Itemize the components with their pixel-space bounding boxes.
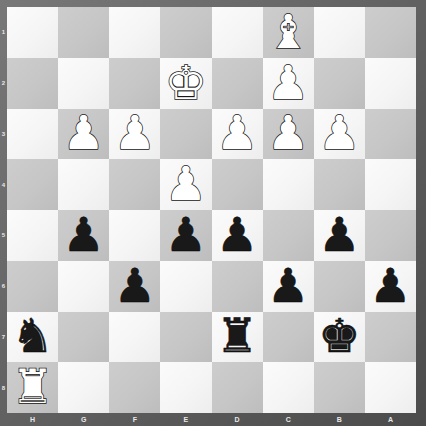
square-h4[interactable] xyxy=(7,159,58,210)
square-b8[interactable] xyxy=(314,362,365,413)
square-g1[interactable] xyxy=(58,7,109,58)
black-rook-icon[interactable]: ♜ xyxy=(216,312,258,359)
white-king-icon[interactable]: ♚ xyxy=(165,59,207,106)
file-label-e: E xyxy=(160,413,211,426)
square-e7[interactable] xyxy=(160,312,211,363)
square-b5[interactable]: ♟ xyxy=(314,210,365,261)
square-b7[interactable]: ♚ xyxy=(314,312,365,363)
square-a8[interactable] xyxy=(365,362,416,413)
square-c7[interactable] xyxy=(263,312,314,363)
white-pawn-icon[interactable]: ♟ xyxy=(267,59,309,106)
square-h2[interactable] xyxy=(7,58,58,109)
black-pawn-icon[interactable]: ♟ xyxy=(165,211,207,258)
square-a2[interactable] xyxy=(365,58,416,109)
square-g7[interactable] xyxy=(58,312,109,363)
square-c4[interactable] xyxy=(263,159,314,210)
square-f7[interactable] xyxy=(109,312,160,363)
square-e4[interactable]: ♟ xyxy=(160,159,211,210)
black-pawn-icon[interactable]: ♟ xyxy=(63,211,105,258)
rank-labels: 12345678 xyxy=(0,7,7,413)
square-g3[interactable]: ♟ xyxy=(58,109,109,160)
square-c6[interactable]: ♟ xyxy=(263,261,314,312)
square-d6[interactable] xyxy=(212,261,263,312)
square-h7[interactable]: ♞ xyxy=(7,312,58,363)
rank-label-7: 7 xyxy=(0,312,7,363)
black-pawn-icon[interactable]: ♟ xyxy=(267,262,309,309)
square-a7[interactable] xyxy=(365,312,416,363)
square-h8[interactable]: ♜ xyxy=(7,362,58,413)
square-d3[interactable]: ♟ xyxy=(212,109,263,160)
square-f4[interactable] xyxy=(109,159,160,210)
square-a4[interactable] xyxy=(365,159,416,210)
square-g8[interactable] xyxy=(58,362,109,413)
file-label-g: G xyxy=(58,413,109,426)
white-pawn-icon[interactable]: ♟ xyxy=(63,109,105,156)
chess-board: ♝♚♟♟♟♟♟♟♟♟♟♟♟♟♟♟♞♜♚♜ xyxy=(7,7,416,413)
square-a6[interactable]: ♟ xyxy=(365,261,416,312)
square-d5[interactable]: ♟ xyxy=(212,210,263,261)
square-h6[interactable] xyxy=(7,261,58,312)
file-label-f: F xyxy=(109,413,160,426)
square-f8[interactable] xyxy=(109,362,160,413)
black-king-icon[interactable]: ♚ xyxy=(318,312,360,359)
black-knight-icon[interactable]: ♞ xyxy=(11,312,53,359)
square-e2[interactable]: ♚ xyxy=(160,58,211,109)
square-d4[interactable] xyxy=(212,159,263,210)
square-g6[interactable] xyxy=(58,261,109,312)
square-f3[interactable]: ♟ xyxy=(109,109,160,160)
white-pawn-icon[interactable]: ♟ xyxy=(165,160,207,207)
square-e6[interactable] xyxy=(160,261,211,312)
square-d8[interactable] xyxy=(212,362,263,413)
square-h3[interactable] xyxy=(7,109,58,160)
square-b2[interactable] xyxy=(314,58,365,109)
square-e3[interactable] xyxy=(160,109,211,160)
square-f5[interactable] xyxy=(109,210,160,261)
square-d2[interactable] xyxy=(212,58,263,109)
file-label-d: D xyxy=(212,413,263,426)
square-g5[interactable]: ♟ xyxy=(58,210,109,261)
rank-label-5: 5 xyxy=(0,210,7,261)
square-e1[interactable] xyxy=(160,7,211,58)
white-pawn-icon[interactable]: ♟ xyxy=(267,109,309,156)
file-label-c: C xyxy=(263,413,314,426)
rank-label-4: 4 xyxy=(0,159,7,210)
rank-label-2: 2 xyxy=(0,58,7,109)
square-e5[interactable]: ♟ xyxy=(160,210,211,261)
square-d1[interactable] xyxy=(212,7,263,58)
black-pawn-icon[interactable]: ♟ xyxy=(318,211,360,258)
square-c8[interactable] xyxy=(263,362,314,413)
white-bishop-icon[interactable]: ♝ xyxy=(267,8,309,55)
square-e8[interactable] xyxy=(160,362,211,413)
square-a1[interactable] xyxy=(365,7,416,58)
file-labels: HGFEDCBA xyxy=(7,413,416,426)
square-b1[interactable] xyxy=(314,7,365,58)
chessboard-frame: 12345678 HGFEDCBA ♝♚♟♟♟♟♟♟♟♟♟♟♟♟♟♟♞♜♚♜ xyxy=(0,0,426,426)
square-d7[interactable]: ♜ xyxy=(212,312,263,363)
rank-label-3: 3 xyxy=(0,109,7,160)
square-b3[interactable]: ♟ xyxy=(314,109,365,160)
square-h1[interactable] xyxy=(7,7,58,58)
rank-label-6: 6 xyxy=(0,261,7,312)
file-label-h: H xyxy=(7,413,58,426)
square-c1[interactable]: ♝ xyxy=(263,7,314,58)
white-pawn-icon[interactable]: ♟ xyxy=(216,109,258,156)
square-f6[interactable]: ♟ xyxy=(109,261,160,312)
square-a3[interactable] xyxy=(365,109,416,160)
black-pawn-icon[interactable]: ♟ xyxy=(114,262,156,309)
square-c3[interactable]: ♟ xyxy=(263,109,314,160)
square-c2[interactable]: ♟ xyxy=(263,58,314,109)
square-h5[interactable] xyxy=(7,210,58,261)
black-pawn-icon[interactable]: ♟ xyxy=(369,262,411,309)
square-b6[interactable] xyxy=(314,261,365,312)
square-f1[interactable] xyxy=(109,7,160,58)
file-label-a: A xyxy=(365,413,416,426)
file-label-b: B xyxy=(314,413,365,426)
white-rook-icon[interactable]: ♜ xyxy=(11,363,53,410)
square-a5[interactable] xyxy=(365,210,416,261)
square-f2[interactable] xyxy=(109,58,160,109)
square-g4[interactable] xyxy=(58,159,109,210)
square-b4[interactable] xyxy=(314,159,365,210)
square-g2[interactable] xyxy=(58,58,109,109)
rank-label-8: 8 xyxy=(0,362,7,413)
white-pawn-icon[interactable]: ♟ xyxy=(318,109,360,156)
black-pawn-icon[interactable]: ♟ xyxy=(216,211,258,258)
white-pawn-icon[interactable]: ♟ xyxy=(114,109,156,156)
square-c5[interactable] xyxy=(263,210,314,261)
rank-label-1: 1 xyxy=(0,7,7,58)
